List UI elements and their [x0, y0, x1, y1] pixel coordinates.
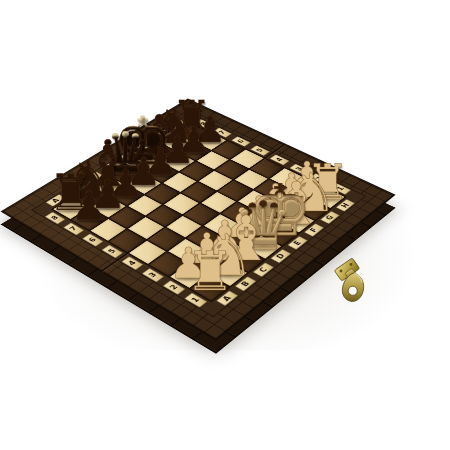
- chess-set-photo: ABCDEFGH ABCDEFGH 87654321 87654321 ♜♟♞♟…: [0, 0, 450, 450]
- brass-clasp-icon: [324, 258, 376, 312]
